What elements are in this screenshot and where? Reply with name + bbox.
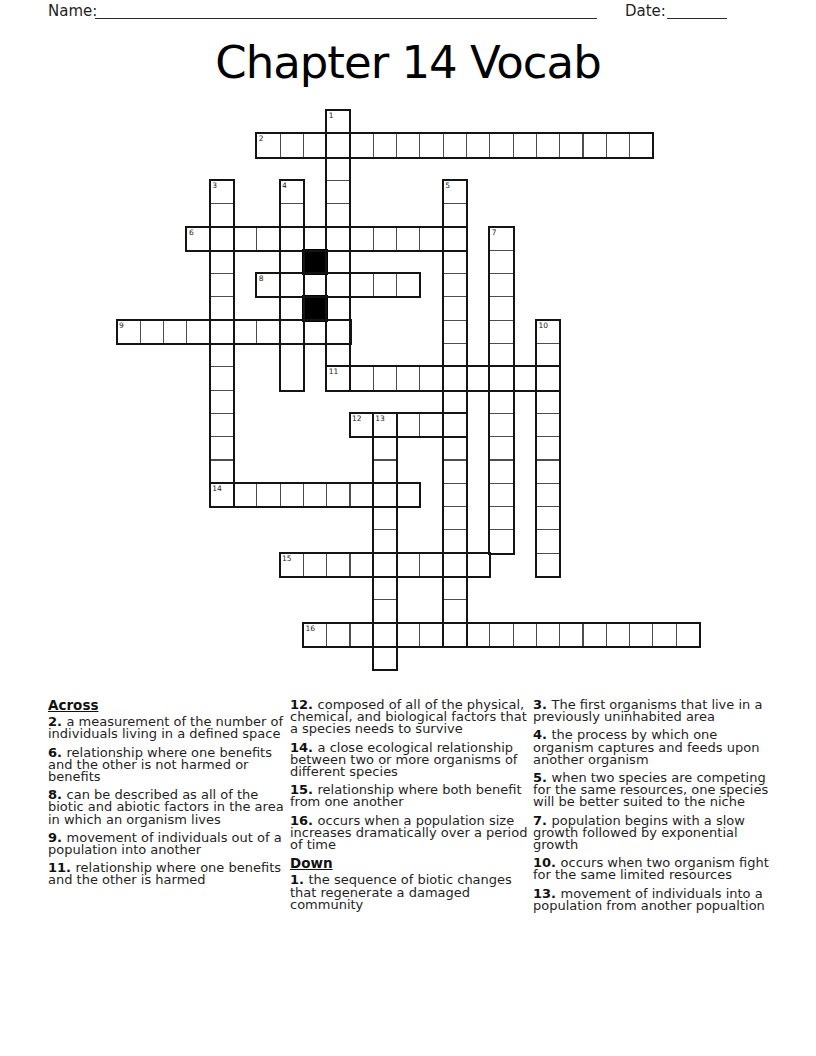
cell-9-1[interactable] bbox=[140, 320, 164, 344]
cell-14-16[interactable] bbox=[489, 436, 513, 460]
cell-1-12[interactable] bbox=[396, 133, 420, 157]
cell-6-14[interactable] bbox=[443, 250, 467, 274]
cell-10-9[interactable] bbox=[326, 343, 350, 367]
clue-number-label-5: 5. bbox=[533, 770, 552, 785]
cell-15-18[interactable] bbox=[536, 460, 560, 484]
cell-5-7[interactable] bbox=[280, 227, 304, 251]
cell-5-6[interactable] bbox=[256, 227, 280, 251]
clue-12: 12. composed of all of the physical, che… bbox=[290, 699, 530, 736]
cell-1-16[interactable] bbox=[489, 133, 513, 157]
clue-9: 9. movement of individuals out of a popu… bbox=[48, 832, 288, 856]
clue-number-6: 6 bbox=[189, 229, 207, 238]
cell-22-22[interactable] bbox=[629, 623, 653, 647]
cell-11-15[interactable] bbox=[466, 366, 490, 390]
cell-16-11[interactable] bbox=[373, 483, 397, 507]
cell-21-11[interactable] bbox=[373, 599, 397, 623]
clue-4: 4. the process by which one organism cap… bbox=[533, 729, 773, 766]
cell-16-16[interactable] bbox=[489, 483, 513, 507]
clue-1: 1. the sequence of biotic changes that r… bbox=[290, 874, 530, 911]
cell-13-13[interactable] bbox=[419, 413, 443, 437]
cell-17-11[interactable] bbox=[373, 506, 397, 530]
cell-19-15[interactable] bbox=[466, 553, 490, 577]
down-header: Down bbox=[290, 857, 530, 869]
cell-14-4[interactable] bbox=[210, 436, 234, 460]
cell-22-24[interactable] bbox=[676, 623, 700, 647]
cell-11-11[interactable] bbox=[373, 366, 397, 390]
cell-11-16[interactable] bbox=[489, 366, 513, 390]
cell-7-16[interactable] bbox=[489, 273, 513, 297]
cell-15-11[interactable] bbox=[373, 460, 397, 484]
clue-15: 15. relationship where both benefit from… bbox=[290, 784, 530, 808]
cell-22-23[interactable] bbox=[652, 623, 676, 647]
cell-9-6[interactable] bbox=[256, 320, 280, 344]
cell-6-16[interactable] bbox=[489, 250, 513, 274]
clue-number-13: 13 bbox=[375, 415, 393, 424]
cell-12-18[interactable] bbox=[536, 390, 560, 414]
cell-5-4[interactable] bbox=[210, 227, 234, 251]
cell-1-14[interactable] bbox=[443, 133, 467, 157]
cell-7-14[interactable] bbox=[443, 273, 467, 297]
cell-16-14[interactable] bbox=[443, 483, 467, 507]
clue-3: 3. The first organisms that live in a pr… bbox=[533, 699, 773, 723]
clue-column-1: Across2. a measurement of the number of … bbox=[48, 699, 288, 893]
cell-22-20[interactable] bbox=[583, 623, 607, 647]
cell-14-18[interactable] bbox=[536, 436, 560, 460]
clue-number-label-6: 6. bbox=[48, 745, 67, 760]
clue-11: 11. relationship where one benefits and … bbox=[48, 862, 288, 886]
cell-13-4[interactable] bbox=[210, 413, 234, 437]
cell-4-14[interactable] bbox=[443, 203, 467, 227]
black-cell-6-8 bbox=[302, 249, 328, 275]
cell-16-10[interactable] bbox=[350, 483, 374, 507]
cell-18-14[interactable] bbox=[443, 529, 467, 553]
cell-18-11[interactable] bbox=[373, 529, 397, 553]
cell-20-14[interactable] bbox=[443, 576, 467, 600]
cell-11-13[interactable] bbox=[419, 366, 443, 390]
clue-7: 7. population begins with a slow growth … bbox=[533, 815, 773, 852]
cell-19-18[interactable] bbox=[536, 553, 560, 577]
cell-4-7[interactable] bbox=[280, 203, 304, 227]
cell-7-7[interactable] bbox=[280, 273, 304, 297]
cell-18-16[interactable] bbox=[489, 529, 513, 553]
cell-13-18[interactable] bbox=[536, 413, 560, 437]
cell-5-13[interactable] bbox=[419, 227, 443, 251]
cell-8-14[interactable] bbox=[443, 296, 467, 320]
cell-8-4[interactable] bbox=[210, 296, 234, 320]
cell-9-4[interactable] bbox=[210, 320, 234, 344]
clue-number-15: 15 bbox=[282, 555, 300, 564]
cell-13-14[interactable] bbox=[443, 413, 467, 437]
cell-11-14[interactable] bbox=[443, 366, 467, 390]
cell-7-10[interactable] bbox=[350, 273, 374, 297]
cell-15-4[interactable] bbox=[210, 460, 234, 484]
cell-16-9[interactable] bbox=[326, 483, 350, 507]
cell-10-16[interactable] bbox=[489, 343, 513, 367]
cell-1-22[interactable] bbox=[629, 133, 653, 157]
clue-number-9: 9 bbox=[119, 322, 137, 331]
cell-7-12[interactable] bbox=[396, 273, 420, 297]
cell-16-5[interactable] bbox=[233, 483, 257, 507]
cell-22-21[interactable] bbox=[606, 623, 630, 647]
cell-1-9[interactable] bbox=[326, 133, 350, 157]
clue-16: 16. occurs when a population size increa… bbox=[290, 815, 530, 852]
cell-7-8[interactable] bbox=[303, 273, 327, 297]
cell-8-16[interactable] bbox=[489, 296, 513, 320]
clue-13: 13. movement of individuals into a popul… bbox=[533, 888, 773, 912]
cell-1-10[interactable] bbox=[350, 133, 374, 157]
clue-number-label-7: 7. bbox=[533, 813, 552, 828]
cell-14-11[interactable] bbox=[373, 436, 397, 460]
cell-22-11[interactable] bbox=[373, 623, 397, 647]
cell-9-8[interactable] bbox=[303, 320, 327, 344]
cell-17-16[interactable] bbox=[489, 506, 513, 530]
cell-22-19[interactable] bbox=[559, 623, 583, 647]
cell-9-16[interactable] bbox=[489, 320, 513, 344]
clue-number-label-13: 13. bbox=[533, 886, 561, 901]
clue-6: 6. relationship where one benefits and t… bbox=[48, 747, 288, 784]
clue-number-label-16: 16. bbox=[290, 813, 318, 828]
black-cell-8-8 bbox=[302, 295, 328, 321]
clue-number-5: 5 bbox=[445, 182, 463, 191]
cell-1-21[interactable] bbox=[606, 133, 630, 157]
cell-22-15[interactable] bbox=[466, 623, 490, 647]
clue-number-label-9: 9. bbox=[48, 830, 67, 845]
cell-1-11[interactable] bbox=[373, 133, 397, 157]
cell-11-17[interactable] bbox=[513, 366, 537, 390]
cell-9-3[interactable] bbox=[186, 320, 210, 344]
clue-number-7: 7 bbox=[492, 229, 510, 238]
cell-14-14[interactable] bbox=[443, 436, 467, 460]
cell-16-7[interactable] bbox=[280, 483, 304, 507]
cell-13-16[interactable] bbox=[489, 413, 513, 437]
cell-15-14[interactable] bbox=[443, 460, 467, 484]
cell-17-14[interactable] bbox=[443, 506, 467, 530]
cell-1-7[interactable] bbox=[280, 133, 304, 157]
cell-10-4[interactable] bbox=[210, 343, 234, 367]
cell-4-9[interactable] bbox=[326, 203, 350, 227]
clue-2: 2. a measurement of the number of indivi… bbox=[48, 716, 288, 740]
cell-1-13[interactable] bbox=[419, 133, 443, 157]
cell-11-10[interactable] bbox=[350, 366, 374, 390]
cell-9-5[interactable] bbox=[233, 320, 257, 344]
cell-16-12[interactable] bbox=[396, 483, 420, 507]
cell-22-18[interactable] bbox=[536, 623, 560, 647]
cell-5-5[interactable] bbox=[233, 227, 257, 251]
cell-11-12[interactable] bbox=[396, 366, 420, 390]
cell-6-9[interactable] bbox=[326, 250, 350, 274]
clue-number-label-14: 14. bbox=[290, 740, 318, 755]
cell-20-11[interactable] bbox=[373, 576, 397, 600]
cell-8-7[interactable] bbox=[280, 296, 304, 320]
cell-19-12[interactable] bbox=[396, 553, 420, 577]
cell-19-8[interactable] bbox=[303, 553, 327, 577]
cell-8-9[interactable] bbox=[326, 296, 350, 320]
clue-10: 10. occurs when two organism fight for t… bbox=[533, 857, 773, 881]
cell-1-8[interactable] bbox=[303, 133, 327, 157]
clue-number-10: 10 bbox=[538, 322, 556, 331]
clue-number-label-8: 8. bbox=[48, 787, 67, 802]
clue-14: 14. a close ecological relationship betw… bbox=[290, 742, 530, 779]
cell-11-18[interactable] bbox=[536, 366, 560, 390]
cell-16-8[interactable] bbox=[303, 483, 327, 507]
cell-5-11[interactable] bbox=[373, 227, 397, 251]
cell-7-9[interactable] bbox=[326, 273, 350, 297]
cell-22-14[interactable] bbox=[443, 623, 467, 647]
cell-10-18[interactable] bbox=[536, 343, 560, 367]
cell-22-10[interactable] bbox=[350, 623, 374, 647]
cell-16-6[interactable] bbox=[256, 483, 280, 507]
cell-1-18[interactable] bbox=[536, 133, 560, 157]
clue-number-12: 12 bbox=[352, 415, 370, 424]
clue-number-label-15: 15. bbox=[290, 782, 318, 797]
cell-22-17[interactable] bbox=[513, 623, 537, 647]
cell-12-14[interactable] bbox=[443, 390, 467, 414]
clue-number-8: 8 bbox=[259, 275, 277, 284]
cell-5-12[interactable] bbox=[396, 227, 420, 251]
cell-1-20[interactable] bbox=[583, 133, 607, 157]
cell-22-13[interactable] bbox=[419, 623, 443, 647]
clue-number-4: 4 bbox=[282, 182, 300, 191]
cell-19-9[interactable] bbox=[326, 553, 350, 577]
cell-16-18[interactable] bbox=[536, 483, 560, 507]
clue-column-3: 3. The first organisms that live in a pr… bbox=[533, 699, 773, 918]
clue-number-14: 14 bbox=[212, 485, 230, 494]
cell-10-14[interactable] bbox=[443, 343, 467, 367]
cell-12-4[interactable] bbox=[210, 390, 234, 414]
crossword-grid: 12345678910111213141516 bbox=[0, 0, 816, 700]
clue-number-2: 2 bbox=[259, 135, 277, 144]
clue-number-label-3: 3. bbox=[533, 697, 552, 712]
cell-19-10[interactable] bbox=[350, 553, 374, 577]
cell-9-14[interactable] bbox=[443, 320, 467, 344]
cell-6-7[interactable] bbox=[280, 250, 304, 274]
clue-number-label-4: 4. bbox=[533, 727, 552, 742]
clue-8: 8. can be described as all of the biotic… bbox=[48, 789, 288, 826]
cell-1-15[interactable] bbox=[466, 133, 490, 157]
cell-18-18[interactable] bbox=[536, 529, 560, 553]
cell-13-12[interactable] bbox=[396, 413, 420, 437]
cell-19-11[interactable] bbox=[373, 553, 397, 577]
cell-22-12[interactable] bbox=[396, 623, 420, 647]
clue-5: 5. when two species are competing for th… bbox=[533, 772, 773, 809]
cell-1-17[interactable] bbox=[513, 133, 537, 157]
clue-number-3: 3 bbox=[212, 182, 230, 191]
cell-9-7[interactable] bbox=[280, 320, 304, 344]
cell-2-9[interactable] bbox=[326, 157, 350, 181]
clue-number-label-1: 1. bbox=[290, 872, 309, 887]
clue-number-label-2: 2. bbox=[48, 714, 67, 729]
cell-5-10[interactable] bbox=[350, 227, 374, 251]
cell-15-16[interactable] bbox=[489, 460, 513, 484]
cell-22-16[interactable] bbox=[489, 623, 513, 647]
cell-9-2[interactable] bbox=[163, 320, 187, 344]
cell-23-11[interactable] bbox=[373, 646, 397, 670]
across-header: Across bbox=[48, 699, 288, 711]
clue-number-label-12: 12. bbox=[290, 697, 318, 712]
cell-19-14[interactable] bbox=[443, 553, 467, 577]
cell-3-9[interactable] bbox=[326, 180, 350, 204]
cell-4-4[interactable] bbox=[210, 203, 234, 227]
cell-1-19[interactable] bbox=[559, 133, 583, 157]
clue-number-1: 1 bbox=[329, 112, 347, 121]
clue-number-16: 16 bbox=[305, 625, 323, 634]
cell-6-4[interactable] bbox=[210, 250, 234, 274]
cell-7-11[interactable] bbox=[373, 273, 397, 297]
cell-5-14[interactable] bbox=[443, 227, 467, 251]
cell-21-14[interactable] bbox=[443, 599, 467, 623]
cell-5-8[interactable] bbox=[303, 227, 327, 251]
clue-number-11: 11 bbox=[329, 368, 347, 377]
cell-22-9[interactable] bbox=[326, 623, 350, 647]
clue-column-2: 12. composed of all of the physical, che… bbox=[290, 699, 530, 917]
clue-number-label-10: 10. bbox=[533, 855, 561, 870]
cell-17-18[interactable] bbox=[536, 506, 560, 530]
cell-9-9[interactable] bbox=[326, 320, 350, 344]
cell-5-9[interactable] bbox=[326, 227, 350, 251]
cell-12-16[interactable] bbox=[489, 390, 513, 414]
cell-19-13[interactable] bbox=[419, 553, 443, 577]
clue-number-label-11: 11. bbox=[48, 860, 76, 875]
